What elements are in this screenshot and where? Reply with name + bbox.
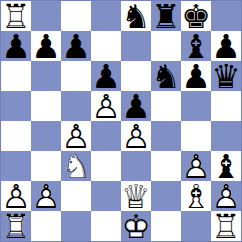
square-g7[interactable]: ♝ [181,31,211,61]
black-pawn-piece: ♟ [211,31,241,61]
white-pawn-piece: ♟ [61,121,91,151]
black-pawn-piece: ♟ [121,91,151,121]
square-b7[interactable]: ♟ [31,31,61,61]
square-d8[interactable] [91,1,121,31]
square-a7[interactable]: ♟ [1,31,31,61]
black-queen-piece: ♛ [211,61,241,91]
square-a8[interactable]: ♜♖ [1,1,31,31]
white-rook-piece: ♜ [1,1,31,31]
square-c7[interactable]: ♟ [61,31,91,61]
chess-board: ♜♖♞♜♚♟♟♟♝♟♟♞♟♛♟♙♟♟♙♟♙♞♘♟♙♝♟♙♟♙♛♕♝♗♟♙♜♖♚♔… [0,0,242,242]
square-b6[interactable] [31,61,61,91]
black-bishop-piece: ♝ [181,31,211,61]
square-c6[interactable] [61,61,91,91]
white-rook-piece-outline: ♖ [211,211,241,241]
square-f7[interactable] [151,31,181,61]
white-pawn-piece: ♟ [211,181,241,211]
square-h6[interactable]: ♛ [211,61,241,91]
white-pawn-piece-outline: ♙ [1,181,31,211]
square-b1[interactable] [31,211,61,241]
square-e3[interactable] [121,151,151,181]
square-d2[interactable] [91,181,121,211]
square-g2[interactable]: ♝♗ [181,181,211,211]
square-g1[interactable] [181,211,211,241]
square-d4[interactable] [91,121,121,151]
white-pawn-piece: ♟ [121,121,151,151]
black-knight-piece: ♞ [121,1,151,31]
square-c5[interactable] [61,91,91,121]
black-bishop-piece: ♝ [211,151,241,181]
white-queen-piece: ♛ [121,181,151,211]
black-pawn-piece: ♟ [181,61,211,91]
square-e7[interactable] [121,31,151,61]
black-pawn-piece: ♟ [91,61,121,91]
white-pawn-piece: ♟ [31,181,61,211]
square-a4[interactable] [1,121,31,151]
square-g3[interactable]: ♟♙ [181,151,211,181]
square-c8[interactable] [61,1,91,31]
square-f8[interactable]: ♜ [151,1,181,31]
white-pawn-piece-outline: ♙ [211,181,241,211]
square-e4[interactable]: ♟♙ [121,121,151,151]
white-rook-piece-outline: ♖ [1,1,31,31]
square-b2[interactable]: ♟♙ [31,181,61,211]
white-pawn-piece-outline: ♙ [91,91,121,121]
square-a3[interactable] [1,151,31,181]
black-rook-piece: ♜ [151,1,181,31]
white-pawn-piece-outline: ♙ [181,151,211,181]
black-pawn-piece: ♟ [61,31,91,61]
square-b5[interactable] [31,91,61,121]
square-d7[interactable] [91,31,121,61]
square-e5[interactable]: ♟ [121,91,151,121]
white-pawn-piece-outline: ♙ [121,121,151,151]
square-a2[interactable]: ♟♙ [1,181,31,211]
square-g6[interactable]: ♟ [181,61,211,91]
square-f5[interactable] [151,91,181,121]
square-d3[interactable] [91,151,121,181]
square-a6[interactable] [1,61,31,91]
square-g5[interactable] [181,91,211,121]
white-pawn-piece: ♟ [91,91,121,121]
square-f2[interactable] [151,181,181,211]
square-h1[interactable]: ♜♖ [211,211,241,241]
square-h5[interactable] [211,91,241,121]
square-a5[interactable] [1,91,31,121]
square-b3[interactable] [31,151,61,181]
square-h8[interactable] [211,1,241,31]
white-rook-piece: ♜ [1,211,31,241]
square-c2[interactable] [61,181,91,211]
white-rook-piece-outline: ♖ [1,211,31,241]
chess-board-wrap: ♜♖♞♜♚♟♟♟♝♟♟♞♟♛♟♙♟♟♙♟♙♞♘♟♙♝♟♙♟♙♛♕♝♗♟♙♜♖♚♔… [0,0,242,242]
square-a1[interactable]: ♜♖ [1,211,31,241]
square-c4[interactable]: ♟♙ [61,121,91,151]
black-knight-piece: ♞ [151,61,181,91]
white-pawn-piece: ♟ [1,181,31,211]
white-pawn-piece: ♟ [181,151,211,181]
square-f4[interactable] [151,121,181,151]
square-f1[interactable] [151,211,181,241]
white-bishop-piece: ♝ [181,181,211,211]
square-h2[interactable]: ♟♙ [211,181,241,211]
square-e6[interactable] [121,61,151,91]
square-e8[interactable]: ♞ [121,1,151,31]
square-f6[interactable]: ♞ [151,61,181,91]
square-c1[interactable] [61,211,91,241]
square-e2[interactable]: ♛♕ [121,181,151,211]
black-king-piece: ♚ [181,1,211,31]
white-bishop-piece-outline: ♗ [181,181,211,211]
white-knight-piece: ♞ [61,151,91,181]
square-h3[interactable]: ♝ [211,151,241,181]
square-d1[interactable] [91,211,121,241]
square-h7[interactable]: ♟ [211,31,241,61]
square-e1[interactable]: ♚♔ [121,211,151,241]
white-pawn-piece-outline: ♙ [61,121,91,151]
white-queen-piece-outline: ♕ [121,181,151,211]
white-rook-piece: ♜ [211,211,241,241]
black-pawn-piece: ♟ [1,31,31,61]
white-knight-piece-outline: ♘ [61,151,91,181]
square-d6[interactable]: ♟ [91,61,121,91]
square-d5[interactable]: ♟♙ [91,91,121,121]
square-f3[interactable] [151,151,181,181]
square-g4[interactable] [181,121,211,151]
square-b4[interactable] [31,121,61,151]
black-pawn-piece: ♟ [31,31,61,61]
white-king-piece-outline: ♔ [121,211,151,241]
square-c3[interactable]: ♞♘ [61,151,91,181]
square-g8[interactable]: ♚ [181,1,211,31]
white-pawn-piece-outline: ♙ [31,181,61,211]
square-h4[interactable] [211,121,241,151]
square-b8[interactable] [31,1,61,31]
white-king-piece: ♚ [121,211,151,241]
